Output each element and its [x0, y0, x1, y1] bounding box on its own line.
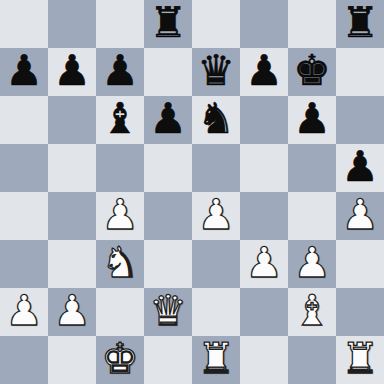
square-f4[interactable] [240, 192, 288, 240]
square-a4[interactable] [0, 192, 48, 240]
square-c1[interactable]: ♚ [96, 336, 144, 384]
white-knight[interactable]: ♞ [101, 239, 139, 287]
white-pawn[interactable]: ♟ [293, 239, 331, 287]
square-h6[interactable] [336, 96, 384, 144]
square-d6[interactable]: ♟ [144, 96, 192, 144]
square-h2[interactable] [336, 288, 384, 336]
white-rook[interactable]: ♜ [197, 335, 235, 383]
square-h8[interactable]: ♜ [336, 0, 384, 48]
square-f7[interactable]: ♟ [240, 48, 288, 96]
square-h7[interactable] [336, 48, 384, 96]
black-rook[interactable]: ♜ [149, 0, 187, 47]
white-queen[interactable]: ♛ [149, 287, 187, 335]
square-d7[interactable] [144, 48, 192, 96]
square-d1[interactable] [144, 336, 192, 384]
square-h3[interactable] [336, 240, 384, 288]
black-pawn[interactable]: ♟ [341, 143, 379, 191]
black-pawn[interactable]: ♟ [5, 47, 43, 95]
square-c4[interactable]: ♟ [96, 192, 144, 240]
square-c3[interactable]: ♞ [96, 240, 144, 288]
white-pawn[interactable]: ♟ [341, 191, 379, 239]
square-d4[interactable] [144, 192, 192, 240]
square-e3[interactable] [192, 240, 240, 288]
square-e2[interactable] [192, 288, 240, 336]
square-b4[interactable] [48, 192, 96, 240]
white-pawn[interactable]: ♟ [53, 287, 91, 335]
square-b5[interactable] [48, 144, 96, 192]
square-g8[interactable] [288, 0, 336, 48]
square-e1[interactable]: ♜ [192, 336, 240, 384]
square-a5[interactable] [0, 144, 48, 192]
black-pawn[interactable]: ♟ [53, 47, 91, 95]
square-a7[interactable]: ♟ [0, 48, 48, 96]
chess-board: ♜♜♟♟♟♛♟♚♝♟♞♟♟♟♟♟♞♟♟♟♟♛♝♚♜♜ [0, 0, 384, 384]
white-pawn[interactable]: ♟ [245, 239, 283, 287]
square-b8[interactable] [48, 0, 96, 48]
square-g2[interactable]: ♝ [288, 288, 336, 336]
square-c2[interactable] [96, 288, 144, 336]
square-e8[interactable] [192, 0, 240, 48]
square-b6[interactable] [48, 96, 96, 144]
black-bishop[interactable]: ♝ [101, 95, 139, 143]
square-e7[interactable]: ♛ [192, 48, 240, 96]
black-pawn[interactable]: ♟ [245, 47, 283, 95]
white-king[interactable]: ♚ [101, 335, 139, 383]
white-pawn[interactable]: ♟ [197, 191, 235, 239]
square-d8[interactable]: ♜ [144, 0, 192, 48]
black-knight[interactable]: ♞ [197, 95, 235, 143]
white-rook[interactable]: ♜ [341, 335, 379, 383]
square-f5[interactable] [240, 144, 288, 192]
square-b3[interactable] [48, 240, 96, 288]
square-f2[interactable] [240, 288, 288, 336]
white-bishop[interactable]: ♝ [293, 287, 331, 335]
square-b1[interactable] [48, 336, 96, 384]
black-pawn[interactable]: ♟ [293, 95, 331, 143]
white-pawn[interactable]: ♟ [101, 191, 139, 239]
square-a8[interactable] [0, 0, 48, 48]
square-c6[interactable]: ♝ [96, 96, 144, 144]
square-g5[interactable] [288, 144, 336, 192]
square-g3[interactable]: ♟ [288, 240, 336, 288]
square-f1[interactable] [240, 336, 288, 384]
square-f8[interactable] [240, 0, 288, 48]
square-b2[interactable]: ♟ [48, 288, 96, 336]
square-g7[interactable]: ♚ [288, 48, 336, 96]
square-h1[interactable]: ♜ [336, 336, 384, 384]
square-g1[interactable] [288, 336, 336, 384]
square-d3[interactable] [144, 240, 192, 288]
square-g6[interactable]: ♟ [288, 96, 336, 144]
square-c7[interactable]: ♟ [96, 48, 144, 96]
black-pawn[interactable]: ♟ [149, 95, 187, 143]
square-g4[interactable] [288, 192, 336, 240]
square-e6[interactable]: ♞ [192, 96, 240, 144]
square-f6[interactable] [240, 96, 288, 144]
square-e5[interactable] [192, 144, 240, 192]
square-a6[interactable] [0, 96, 48, 144]
square-d2[interactable]: ♛ [144, 288, 192, 336]
square-d5[interactable] [144, 144, 192, 192]
square-a2[interactable]: ♟ [0, 288, 48, 336]
square-b7[interactable]: ♟ [48, 48, 96, 96]
square-f3[interactable]: ♟ [240, 240, 288, 288]
white-pawn[interactable]: ♟ [5, 287, 43, 335]
black-pawn[interactable]: ♟ [101, 47, 139, 95]
square-c8[interactable] [96, 0, 144, 48]
square-e4[interactable]: ♟ [192, 192, 240, 240]
square-a3[interactable] [0, 240, 48, 288]
black-queen[interactable]: ♛ [197, 47, 235, 95]
black-king[interactable]: ♚ [293, 47, 331, 95]
square-h5[interactable]: ♟ [336, 144, 384, 192]
black-rook[interactable]: ♜ [341, 0, 379, 47]
square-c5[interactable] [96, 144, 144, 192]
square-a1[interactable] [0, 336, 48, 384]
square-h4[interactable]: ♟ [336, 192, 384, 240]
